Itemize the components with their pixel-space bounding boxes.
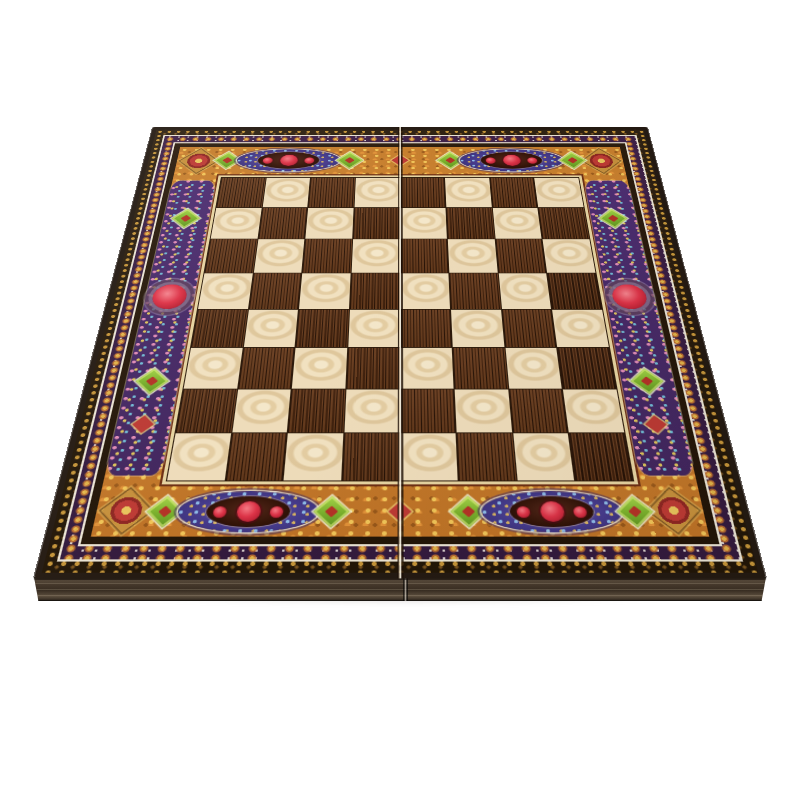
green-diamond-motif [336, 152, 363, 169]
square-b7[interactable] [258, 208, 307, 239]
square-g8[interactable] [490, 178, 538, 207]
square-h1[interactable] [569, 434, 633, 481]
square-f8[interactable] [445, 178, 491, 207]
square-h5[interactable] [548, 273, 602, 308]
square-a4[interactable] [191, 309, 247, 347]
square-d1[interactable] [342, 434, 399, 481]
square-f4[interactable] [451, 309, 504, 347]
square-c3[interactable] [292, 348, 347, 388]
square-d4[interactable] [348, 309, 399, 347]
square-c2[interactable] [288, 389, 345, 432]
square-b6[interactable] [254, 239, 305, 272]
rose-bud [304, 157, 314, 163]
square-h4[interactable] [552, 309, 608, 347]
square-a5[interactable] [198, 273, 252, 308]
square-f5[interactable] [449, 273, 500, 308]
rose-medallion-top-left [212, 148, 363, 173]
square-b2[interactable] [232, 389, 291, 432]
square-e5[interactable] [400, 273, 450, 308]
square-c1[interactable] [284, 434, 343, 481]
square-h3[interactable] [558, 348, 617, 388]
square-a6[interactable] [205, 239, 258, 272]
rose-medallion-bottom-right [450, 488, 657, 535]
square-a2[interactable] [176, 389, 237, 432]
rose-bud [486, 157, 496, 163]
square-d6[interactable] [352, 239, 400, 272]
square-f3[interactable] [453, 348, 508, 388]
square-c8[interactable] [308, 178, 354, 207]
square-e3[interactable] [401, 348, 454, 388]
product-photo [0, 0, 800, 800]
square-e7[interactable] [400, 208, 447, 239]
board-top-face [34, 127, 766, 578]
square-f7[interactable] [446, 208, 494, 239]
square-d7[interactable] [353, 208, 400, 239]
square-g4[interactable] [502, 309, 557, 347]
rose-medallion-left [150, 285, 189, 309]
square-b4[interactable] [243, 309, 298, 347]
square-b5[interactable] [249, 273, 302, 308]
square-g3[interactable] [505, 348, 562, 388]
green-diamond-motif [630, 368, 663, 394]
square-g2[interactable] [509, 389, 568, 432]
square-f6[interactable] [448, 239, 498, 272]
square-c5[interactable] [299, 273, 350, 308]
green-diamond-motif [135, 368, 168, 394]
red-diamond-motif [645, 415, 667, 433]
green-diamond-motif [599, 209, 628, 228]
square-a8[interactable] [216, 178, 265, 207]
square-g7[interactable] [493, 208, 542, 239]
rose-bud [527, 157, 537, 163]
red-diamond-motif [132, 415, 154, 433]
green-diamond-motif [172, 209, 201, 228]
square-g5[interactable] [499, 273, 552, 308]
fold-seam [397, 127, 403, 578]
square-a3[interactable] [184, 348, 243, 388]
fold-seam-edge [403, 577, 408, 601]
square-f2[interactable] [455, 389, 512, 432]
rose-medallion-right [610, 285, 649, 309]
green-diamond-motif [617, 496, 654, 528]
square-h8[interactable] [535, 178, 584, 207]
square-d8[interactable] [354, 178, 399, 207]
square-e6[interactable] [400, 239, 448, 272]
corner-star-motif-top-right [583, 149, 620, 173]
corner-star-motif-bottom-right [649, 489, 699, 532]
box-front-edge [34, 577, 766, 601]
square-b8[interactable] [262, 178, 310, 207]
square-g1[interactable] [513, 434, 574, 481]
square-e1[interactable] [401, 434, 458, 481]
green-diamond-motif [559, 152, 586, 169]
square-c4[interactable] [296, 309, 349, 347]
square-c6[interactable] [303, 239, 353, 272]
rose-medallion-top-right [437, 148, 588, 173]
square-g6[interactable] [495, 239, 546, 272]
green-diamond-motif [313, 496, 350, 528]
square-e2[interactable] [401, 389, 456, 432]
square-e8[interactable] [400, 178, 445, 207]
square-d5[interactable] [350, 273, 400, 308]
square-e4[interactable] [401, 309, 452, 347]
square-d2[interactable] [344, 389, 399, 432]
rose-medallion-bottom-left [143, 488, 350, 535]
square-h2[interactable] [563, 389, 624, 432]
square-d3[interactable] [346, 348, 399, 388]
square-c7[interactable] [306, 208, 354, 239]
square-h6[interactable] [543, 239, 596, 272]
square-b3[interactable] [238, 348, 295, 388]
square-a7[interactable] [211, 208, 262, 239]
square-f1[interactable] [457, 434, 516, 481]
square-a1[interactable] [167, 434, 231, 481]
square-b1[interactable] [225, 434, 286, 481]
square-h7[interactable] [539, 208, 590, 239]
